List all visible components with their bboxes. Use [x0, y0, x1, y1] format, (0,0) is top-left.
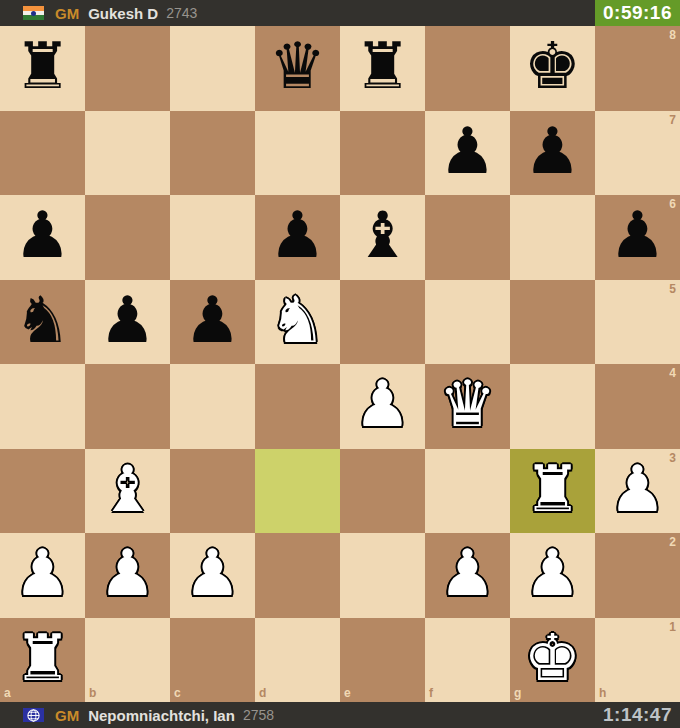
- square-b4[interactable]: [85, 364, 170, 449]
- white-rook[interactable]: ♜: [524, 457, 581, 521]
- file-label-a: a: [4, 687, 11, 699]
- square-g2[interactable]: ♟: [510, 533, 595, 618]
- rank-label-6: 6: [669, 198, 676, 210]
- globe-icon: [26, 708, 41, 723]
- square-e1[interactable]: e: [340, 618, 425, 703]
- rank-label-7: 7: [669, 114, 676, 126]
- rank-label-4: 4: [669, 367, 676, 379]
- square-h5[interactable]: 5: [595, 280, 680, 365]
- square-b6[interactable]: [85, 195, 170, 280]
- bottom-player-clock: 1:14:47: [595, 702, 680, 728]
- file-label-f: f: [429, 687, 433, 699]
- square-g4[interactable]: [510, 364, 595, 449]
- square-e3[interactable]: [340, 449, 425, 534]
- square-f1[interactable]: f: [425, 618, 510, 703]
- top-player-bar: GM Gukesh D 2743 0:59:16: [0, 0, 680, 26]
- square-d6[interactable]: ♟: [255, 195, 340, 280]
- square-a2[interactable]: ♟: [0, 533, 85, 618]
- square-b2[interactable]: ♟: [85, 533, 170, 618]
- square-b8[interactable]: [85, 26, 170, 111]
- square-a3[interactable]: [0, 449, 85, 534]
- square-b3[interactable]: ♝: [85, 449, 170, 534]
- black-queen[interactable]: ♛: [269, 34, 326, 98]
- file-label-c: c: [174, 687, 181, 699]
- square-a5[interactable]: ♞: [0, 280, 85, 365]
- fide-flag-icon: [23, 708, 44, 722]
- square-e6[interactable]: ♝: [340, 195, 425, 280]
- square-c4[interactable]: [170, 364, 255, 449]
- top-player-title: GM: [55, 5, 79, 22]
- black-bishop[interactable]: ♝: [354, 203, 411, 267]
- square-d1[interactable]: d: [255, 618, 340, 703]
- black-knight[interactable]: ♞: [14, 288, 71, 352]
- black-pawn[interactable]: ♟: [99, 288, 156, 352]
- square-c3[interactable]: [170, 449, 255, 534]
- square-e4[interactable]: ♟: [340, 364, 425, 449]
- square-a8[interactable]: ♜: [0, 26, 85, 111]
- square-e2[interactable]: [340, 533, 425, 618]
- file-label-g: g: [514, 687, 521, 699]
- square-b1[interactable]: b: [85, 618, 170, 703]
- india-flag-icon: [23, 6, 44, 20]
- square-c2[interactable]: ♟: [170, 533, 255, 618]
- square-d2[interactable]: [255, 533, 340, 618]
- square-a4[interactable]: [0, 364, 85, 449]
- square-b5[interactable]: ♟: [85, 280, 170, 365]
- square-g3[interactable]: ♜: [510, 449, 595, 534]
- square-f4[interactable]: ♛: [425, 364, 510, 449]
- square-f8[interactable]: [425, 26, 510, 111]
- file-label-d: d: [259, 687, 266, 699]
- square-g8[interactable]: ♚: [510, 26, 595, 111]
- white-king[interactable]: ♚: [524, 626, 581, 690]
- chess-game-window: GM Gukesh D 2743 0:59:16 ♜♛♜♚8♟♟7♟♟♝♟6♞♟…: [0, 0, 680, 728]
- white-pawn[interactable]: ♟: [184, 541, 241, 605]
- square-e5[interactable]: [340, 280, 425, 365]
- square-a7[interactable]: [0, 111, 85, 196]
- black-rook[interactable]: ♜: [354, 34, 411, 98]
- square-c7[interactable]: [170, 111, 255, 196]
- black-pawn[interactable]: ♟: [14, 203, 71, 267]
- square-h6[interactable]: ♟6: [595, 195, 680, 280]
- square-h3[interactable]: ♟3: [595, 449, 680, 534]
- top-player-clock: 0:59:16: [595, 0, 680, 26]
- square-f6[interactable]: [425, 195, 510, 280]
- square-g1[interactable]: ♚g: [510, 618, 595, 703]
- square-c6[interactable]: [170, 195, 255, 280]
- rank-label-5: 5: [669, 283, 676, 295]
- file-label-e: e: [344, 687, 351, 699]
- file-label-h: h: [599, 687, 606, 699]
- square-e7[interactable]: [340, 111, 425, 196]
- bottom-player-bar: GM Nepomniachtchi, Ian 2758 1:14:47: [0, 702, 680, 728]
- black-pawn[interactable]: ♟: [184, 288, 241, 352]
- square-d8[interactable]: ♛: [255, 26, 340, 111]
- bottom-player-title: GM: [55, 707, 79, 724]
- square-d4[interactable]: [255, 364, 340, 449]
- white-knight[interactable]: ♞: [269, 288, 326, 352]
- white-bishop[interactable]: ♝: [99, 457, 156, 521]
- chess-board: ♜♛♜♚8♟♟7♟♟♝♟6♞♟♟♞5♟♛4♝♜♟3♟♟♟♟♟2♜abcdef♚g…: [0, 26, 680, 702]
- black-pawn[interactable]: ♟: [524, 119, 581, 183]
- square-f5[interactable]: [425, 280, 510, 365]
- square-e8[interactable]: ♜: [340, 26, 425, 111]
- square-f3[interactable]: [425, 449, 510, 534]
- white-pawn[interactable]: ♟: [14, 541, 71, 605]
- white-rook[interactable]: ♜: [14, 626, 71, 690]
- top-player-rating: 2743: [166, 5, 197, 21]
- bottom-player-rating: 2758: [243, 707, 274, 723]
- top-player-name: Gukesh D: [88, 5, 158, 22]
- square-d7[interactable]: [255, 111, 340, 196]
- square-h7[interactable]: 7: [595, 111, 680, 196]
- black-rook[interactable]: ♜: [14, 34, 71, 98]
- square-d5[interactable]: ♞: [255, 280, 340, 365]
- file-label-b: b: [89, 687, 96, 699]
- square-d3[interactable]: [255, 449, 340, 534]
- rank-label-1: 1: [669, 621, 676, 633]
- black-pawn[interactable]: ♟: [609, 203, 666, 267]
- square-f2[interactable]: ♟: [425, 533, 510, 618]
- rank-label-2: 2: [669, 536, 676, 548]
- square-g5[interactable]: [510, 280, 595, 365]
- square-h8[interactable]: 8: [595, 26, 680, 111]
- white-pawn[interactable]: ♟: [354, 372, 411, 436]
- ashoka-chakra-icon: [31, 11, 36, 16]
- rank-label-3: 3: [669, 452, 676, 464]
- white-queen[interactable]: ♛: [439, 372, 496, 436]
- square-g6[interactable]: [510, 195, 595, 280]
- square-a1[interactable]: ♜a: [0, 618, 85, 703]
- black-pawn[interactable]: ♟: [269, 203, 326, 267]
- white-pawn[interactable]: ♟: [609, 457, 666, 521]
- white-pawn[interactable]: ♟: [99, 541, 156, 605]
- rank-label-8: 8: [669, 29, 676, 41]
- square-f7[interactable]: ♟: [425, 111, 510, 196]
- square-c5[interactable]: ♟: [170, 280, 255, 365]
- white-pawn[interactable]: ♟: [524, 541, 581, 605]
- square-h2[interactable]: 2: [595, 533, 680, 618]
- bottom-player-name: Nepomniachtchi, Ian: [88, 707, 235, 724]
- square-b7[interactable]: [85, 111, 170, 196]
- square-c8[interactable]: [170, 26, 255, 111]
- square-c1[interactable]: c: [170, 618, 255, 703]
- square-g7[interactable]: ♟: [510, 111, 595, 196]
- black-king[interactable]: ♚: [524, 34, 581, 98]
- black-pawn[interactable]: ♟: [439, 119, 496, 183]
- square-h1[interactable]: 1h: [595, 618, 680, 703]
- square-a6[interactable]: ♟: [0, 195, 85, 280]
- white-pawn[interactable]: ♟: [439, 541, 496, 605]
- square-h4[interactable]: 4: [595, 364, 680, 449]
